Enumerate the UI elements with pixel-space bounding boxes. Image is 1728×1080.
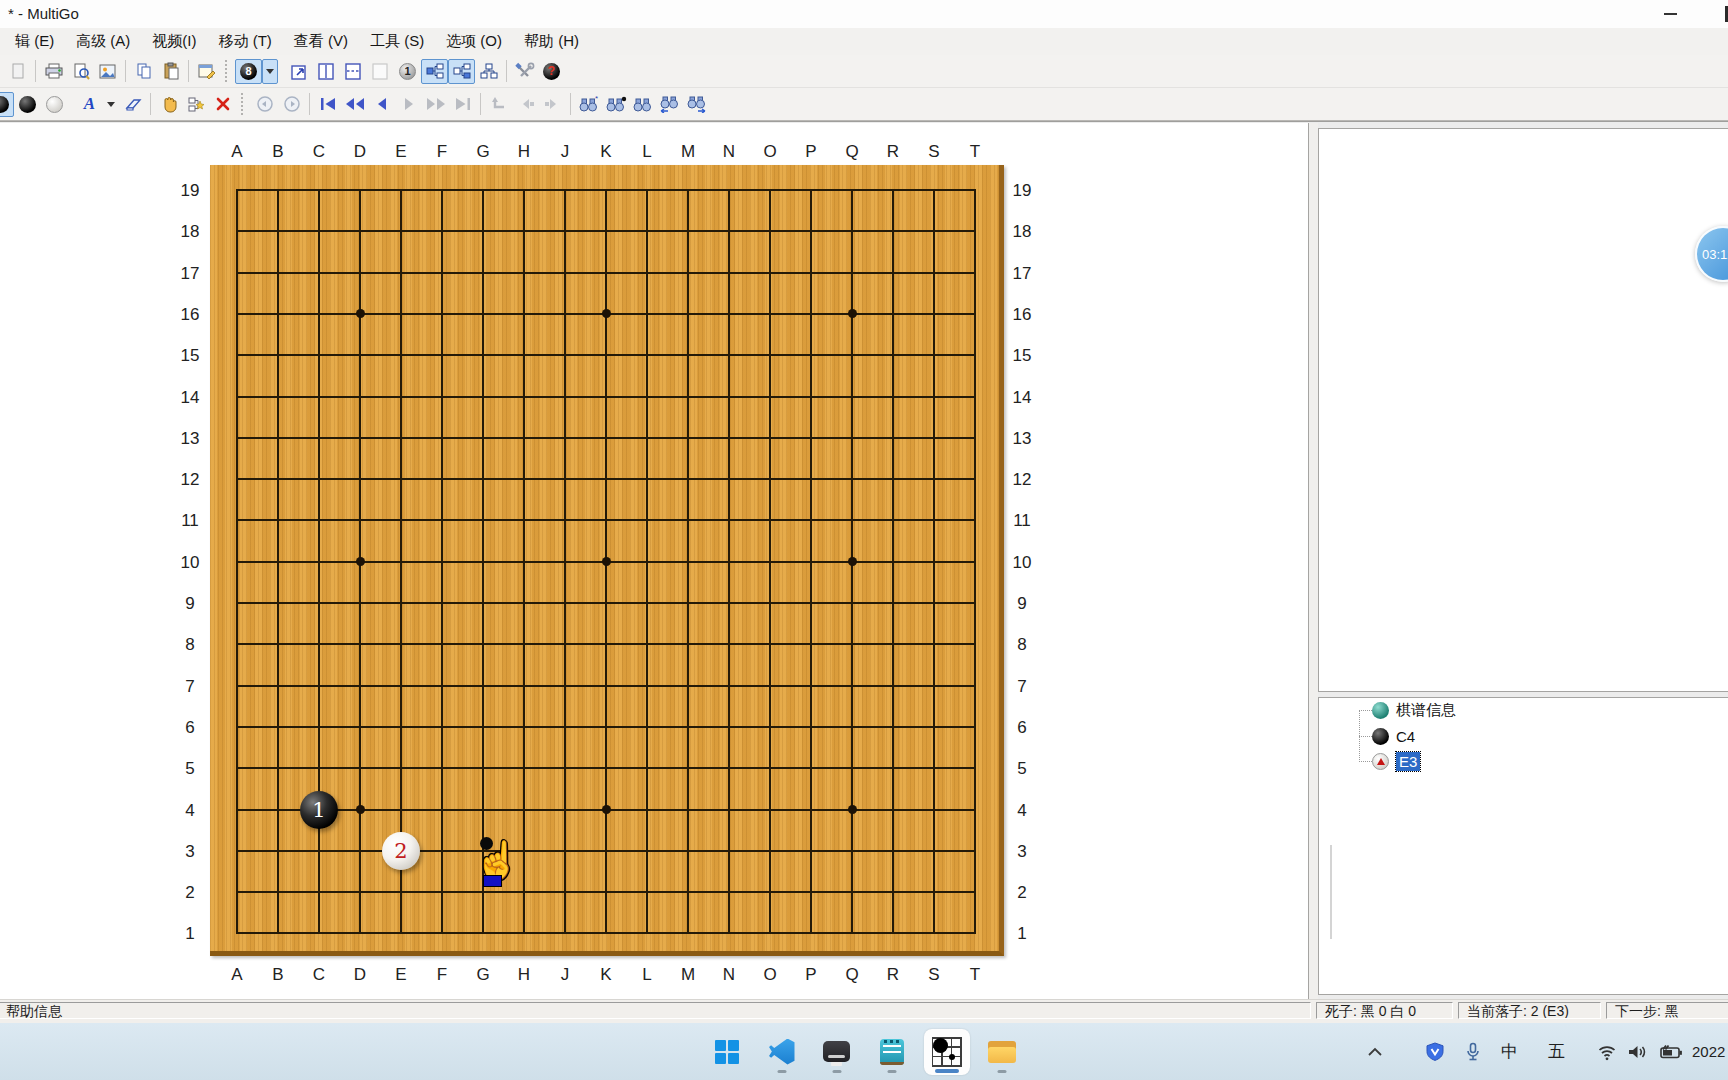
printer-app-icon (823, 1041, 850, 1062)
binoculars-next-icon (686, 95, 708, 113)
grid-line (236, 602, 976, 604)
star-point (356, 805, 365, 814)
coord-label: L (635, 965, 659, 985)
coord-label: 16 (1004, 305, 1040, 325)
coord-label: B (266, 965, 290, 985)
coord-label: A (225, 965, 249, 985)
menu-tools[interactable]: 工具 (S) (359, 29, 435, 54)
separator (35, 60, 36, 82)
fast-forward-icon (425, 96, 447, 112)
export-image-icon (98, 63, 117, 80)
coord-label: D (348, 142, 372, 162)
vscode-icon (769, 1039, 795, 1065)
tools-icon (515, 62, 535, 80)
separator (309, 93, 310, 115)
first-move-button[interactable] (314, 92, 341, 117)
menu-move[interactable]: 移动 (T) (208, 29, 283, 54)
status-help-text: 帮助信息 (0, 1002, 1311, 1019)
svg-text:*: * (595, 95, 598, 103)
coord-label: S (922, 142, 946, 162)
tray-microphone[interactable] (1463, 1023, 1483, 1080)
context-help-button[interactable]: ? (538, 59, 565, 84)
running-indicator (997, 1070, 1006, 1073)
find-previous-button[interactable] (656, 92, 683, 117)
coord-label: 2 (1004, 883, 1040, 903)
grid-line (236, 932, 976, 934)
previous-variation-icon (517, 96, 535, 112)
rotate-left-icon (255, 94, 275, 114)
taskbar: 中 五 (0, 1023, 1728, 1080)
tree-layout-a-icon (425, 62, 445, 80)
title-bar: * - MultiGo (0, 0, 1728, 28)
forward-button[interactable] (395, 92, 422, 117)
separator (188, 60, 189, 82)
alternate-stone-icon (0, 96, 9, 113)
toolbar-main: 8 1 (0, 55, 1728, 88)
coord-label: 1 (1004, 924, 1040, 944)
coord-label: B (266, 142, 290, 162)
board-plain-button[interactable] (367, 59, 394, 84)
find-stone-button[interactable] (602, 92, 629, 117)
coord-label: 11 (172, 511, 208, 531)
white-stone-icon (46, 96, 63, 113)
paste-icon (162, 62, 180, 80)
running-indicator (887, 1070, 896, 1073)
toolbar-grip (225, 60, 230, 82)
coord-label: 9 (172, 594, 208, 614)
tray-expand-button[interactable] (1364, 1023, 1386, 1080)
mouse-cursor: ☝ (474, 837, 516, 887)
coord-label: G (471, 965, 495, 985)
coord-label: N (717, 965, 741, 985)
window-title: * - MultiGo (8, 5, 79, 22)
move-number-dropdown[interactable] (262, 59, 278, 84)
forward-icon (401, 96, 417, 112)
binoculars-previous-icon (659, 95, 681, 113)
white-stone-button[interactable] (41, 92, 68, 117)
taskbar-file-explorer[interactable] (979, 1029, 1025, 1075)
game-info-stone-icon (1372, 702, 1389, 719)
vertical-splitter[interactable] (1309, 123, 1318, 999)
coord-label: 12 (172, 470, 208, 490)
coord-label: 12 (1004, 470, 1040, 490)
recording-time: 03:12 (1702, 247, 1728, 262)
coord-label: M (676, 965, 700, 985)
ime-mode-indicator: 中 (1501, 1040, 1518, 1063)
coord-label: 5 (172, 759, 208, 779)
copy-icon (135, 62, 153, 80)
coord-label: H (512, 965, 536, 985)
alternate-stone-button[interactable] (0, 92, 14, 117)
game-tree-panel: 棋谱信息 C4 E3 (1318, 697, 1728, 995)
binoculars-new-icon: * (578, 95, 600, 113)
coord-label: A (225, 142, 249, 162)
new-document-button[interactable] (4, 59, 31, 84)
coord-label: 19 (172, 181, 208, 201)
chevron-down-icon (107, 102, 115, 107)
previous-variation-button[interactable] (512, 92, 539, 117)
board-plain-icon (371, 62, 390, 81)
next-variation-icon (544, 96, 562, 112)
multigo-icon (932, 1037, 962, 1067)
menu-video[interactable]: 视频(I) (141, 29, 207, 54)
black-stone-icon (19, 96, 36, 113)
running-indicator (777, 1070, 786, 1073)
tree-item-label: 棋谱信息 (1396, 701, 1456, 720)
wifi-icon (1596, 1042, 1618, 1062)
tree-item-game-info[interactable]: 棋谱信息 (1372, 699, 1456, 722)
new-document-icon (9, 62, 27, 80)
move-number-stone-icon: 8 (240, 63, 257, 80)
find-button[interactable] (629, 92, 656, 117)
binoculars-icon (632, 95, 654, 113)
grid-line (810, 189, 812, 934)
status-current-move: 当前落子: 2 (E3) (1458, 1002, 1601, 1019)
separator (125, 60, 126, 82)
coord-label: 15 (172, 346, 208, 366)
hand-icon (160, 95, 178, 113)
tree-connector (1359, 736, 1372, 737)
coord-label: T (963, 965, 987, 985)
shield-icon (1424, 1041, 1446, 1062)
status-captures: 死子: 黑 0 白 0 (1316, 1002, 1453, 1019)
coord-label: Q (840, 142, 864, 162)
running-indicator (832, 1070, 841, 1073)
comment-panel (1318, 128, 1728, 692)
battery-charging-icon (1658, 1042, 1684, 1062)
chevron-up-icon (1364, 1042, 1386, 1062)
coord-label: 15 (1004, 346, 1040, 366)
coord-label: O (758, 142, 782, 162)
star-point (848, 309, 857, 318)
show-first-number-button[interactable]: 1 (394, 59, 421, 84)
help-stone-icon: ? (543, 63, 560, 80)
coord-label: D (348, 965, 372, 985)
tree-layout-c-icon (479, 62, 499, 80)
coord-label: 6 (1004, 718, 1040, 738)
coord-label: S (922, 965, 946, 985)
rotate-left-button[interactable] (251, 92, 278, 117)
coord-label: E (389, 965, 413, 985)
menu-options[interactable]: 选项 (O) (435, 29, 513, 54)
separator (150, 93, 151, 115)
coord-label: K (594, 142, 618, 162)
coord-label: 14 (172, 388, 208, 408)
chevron-down-icon (266, 69, 274, 74)
annotation-letter-button[interactable]: A (76, 92, 103, 117)
board-dashed-half-button[interactable] (340, 59, 367, 84)
coord-label: L (635, 142, 659, 162)
board-grid[interactable]: 12 (237, 190, 975, 933)
print-icon (44, 62, 64, 80)
active-indicator (935, 1069, 959, 1073)
tray-battery[interactable] (1658, 1023, 1684, 1080)
coord-label: 8 (172, 635, 208, 655)
menu-view[interactable]: 查看 (V) (283, 29, 359, 54)
board-vertical-half-button[interactable] (313, 59, 340, 84)
coord-label: 3 (172, 842, 208, 862)
grid-line (728, 189, 730, 934)
taskbar-notepad[interactable] (869, 1029, 915, 1075)
coord-label: 3 (1004, 842, 1040, 862)
status-next-player: 下一步: 黑 (1606, 1002, 1728, 1019)
grid-line (236, 685, 976, 687)
tray-ime-wubi[interactable]: 五 (1548, 1023, 1565, 1080)
coord-label: J (553, 142, 577, 162)
tree-item-label: C4 (1396, 728, 1415, 745)
star-point (602, 309, 611, 318)
coord-label: 4 (1004, 801, 1040, 821)
paste-button[interactable] (157, 59, 184, 84)
coord-label: 18 (1004, 222, 1040, 242)
coord-label: P (799, 142, 823, 162)
grid-line (236, 767, 976, 769)
rotate-right-button[interactable] (278, 92, 305, 117)
show-move-numbers-button[interactable]: 8 (235, 59, 262, 84)
tray-ime-mode[interactable]: 中 (1501, 1023, 1518, 1080)
microphone-icon (1463, 1041, 1483, 1063)
pan-hand-button[interactable] (155, 92, 182, 117)
star-point (356, 309, 365, 318)
star-point (356, 557, 365, 566)
coord-label: C (307, 142, 331, 162)
coord-label: Q (840, 965, 864, 985)
coord-label: 17 (1004, 264, 1040, 284)
grid-line (236, 643, 976, 645)
screen: * - MultiGo 辑 (E) 高级 (A) 视频(I) 移动 (T) 查看… (0, 0, 1728, 1080)
menu-edit[interactable]: 辑 (E) (4, 29, 65, 54)
grid-line (892, 189, 894, 934)
coord-label: 14 (1004, 388, 1040, 408)
coord-label: 16 (172, 305, 208, 325)
coord-label: 7 (1004, 677, 1040, 697)
coord-label: R (881, 965, 905, 985)
coord-label: 8 (1004, 635, 1040, 655)
coord-label: 18 (172, 222, 208, 242)
tree-connector (1359, 761, 1372, 762)
tree-item-move-2[interactable]: E3 (1372, 750, 1420, 773)
coord-label: T (963, 142, 987, 162)
coord-label: 1 (172, 924, 208, 944)
menu-advanced[interactable]: 高级 (A) (65, 29, 141, 54)
status-bar: 帮助信息 死子: 黑 0 白 0 当前落子: 2 (E3) 下一步: 黑 (0, 999, 1728, 1024)
board-dashed-half-icon (344, 62, 363, 81)
paste-branch-icon (186, 95, 206, 113)
coord-label: 9 (1004, 594, 1040, 614)
print-preview-button[interactable] (67, 59, 94, 84)
tree-item-move-1[interactable]: C4 (1372, 725, 1415, 748)
taskbar-multigo-active[interactable] (924, 1029, 970, 1075)
coord-label: O (758, 965, 782, 985)
speaker-icon (1626, 1042, 1650, 1062)
coord-label: 13 (1004, 429, 1040, 449)
coord-label: G (471, 142, 495, 162)
windows-logo-icon (715, 1040, 739, 1064)
grid-line (236, 850, 976, 852)
stone-black-1: 1 (300, 791, 338, 829)
coord-label: N (717, 142, 741, 162)
toolbar-edit-nav: A (0, 88, 1728, 121)
fast-back-icon (344, 96, 366, 112)
print-button[interactable] (40, 59, 67, 84)
coord-label: H (512, 142, 536, 162)
coord-label: K (594, 965, 618, 985)
notepad-icon (880, 1039, 904, 1065)
coord-label: 2 (172, 883, 208, 903)
delete-x-icon (215, 96, 231, 112)
coord-label: E (389, 142, 413, 162)
separator (570, 93, 571, 115)
copy-button[interactable] (130, 59, 157, 84)
star-point (602, 805, 611, 814)
coord-label: 4 (172, 801, 208, 821)
find-new-button[interactable]: * (575, 92, 602, 117)
separator (480, 93, 481, 115)
paste-branch-button[interactable] (182, 92, 209, 117)
tray-volume[interactable] (1626, 1023, 1650, 1080)
annotation-dropdown[interactable] (103, 92, 119, 117)
coord-label: P (799, 965, 823, 985)
coord-label: 13 (172, 429, 208, 449)
taskbar-vscode[interactable] (759, 1029, 805, 1075)
grid-line (974, 189, 976, 934)
client-area: AA1919BB1818CC1717DD1616EE1515FF1414GG13… (0, 121, 1728, 1000)
first-move-icon (318, 96, 338, 112)
eraser-button[interactable] (119, 92, 146, 117)
grid-line (769, 189, 771, 934)
coord-label: 10 (172, 553, 208, 573)
menu-bar: 辑 (E) 高级 (A) 视频(I) 移动 (T) 查看 (V) 工具 (S) … (0, 28, 1728, 55)
toolbar-grip (241, 93, 246, 115)
parent-branch-button[interactable] (485, 92, 512, 117)
coord-label: 11 (1004, 511, 1040, 531)
coord-label: 6 (172, 718, 208, 738)
menu-help[interactable]: 帮助 (H) (513, 29, 590, 54)
tree-connector (1359, 710, 1372, 711)
star-point (848, 805, 857, 814)
coord-label: 5 (1004, 759, 1040, 779)
parent-branch-icon (490, 96, 508, 112)
white-stone-marked-icon (1372, 753, 1389, 770)
grid-line (236, 726, 976, 728)
last-move-button[interactable] (449, 92, 476, 117)
star-point (602, 557, 611, 566)
cursor-cuff (483, 875, 502, 887)
last-move-icon (453, 96, 473, 112)
coord-label: F (430, 965, 454, 985)
grid-line (646, 189, 648, 934)
annotation-letter-icon: A (84, 94, 95, 114)
print-preview-icon (72, 62, 90, 80)
fast-forward-button[interactable] (422, 92, 449, 117)
grid-line (687, 189, 689, 934)
game-properties-button[interactable] (193, 59, 220, 84)
eraser-icon (123, 96, 143, 112)
tree-layout-b-icon (452, 62, 472, 80)
coord-label: 19 (1004, 181, 1040, 201)
minimize-icon[interactable] (1664, 13, 1677, 15)
delete-button[interactable] (209, 92, 236, 117)
coord-label: R (881, 142, 905, 162)
coord-label: M (676, 142, 700, 162)
first-number-stone-icon: 1 (399, 63, 416, 80)
coord-label: 7 (172, 677, 208, 697)
black-stone-button[interactable] (14, 92, 41, 117)
grid-line (236, 891, 976, 893)
grid-line (933, 189, 935, 934)
back-icon (374, 96, 390, 112)
tray-clock[interactable]: 2022 (1692, 1023, 1725, 1080)
export-image-button[interactable] (94, 59, 121, 84)
goto-marker-button[interactable] (286, 59, 313, 84)
coord-label: 17 (172, 264, 208, 284)
black-stone-icon (1372, 728, 1389, 745)
rotate-right-icon (282, 94, 302, 114)
tree-scrollbar[interactable] (1330, 845, 1332, 939)
tools-button[interactable] (511, 59, 538, 84)
coord-label: C (307, 965, 331, 985)
back-button[interactable] (368, 92, 395, 117)
next-variation-button[interactable] (539, 92, 566, 117)
tree-item-label-selected: E3 (1396, 752, 1420, 771)
tray-security-shield[interactable] (1424, 1023, 1446, 1080)
tree-layout-b-button[interactable] (448, 59, 475, 84)
separator (506, 60, 507, 82)
stone-white-2: 2 (382, 832, 420, 870)
board-panel: AA1919BB1818CC1717DD1616EE1515FF1414GG13… (0, 123, 1309, 999)
game-properties-icon (197, 62, 216, 80)
start-button[interactable] (704, 1029, 750, 1075)
star-point (848, 557, 857, 566)
tree-layout-c-button[interactable] (475, 59, 502, 84)
folder-icon (988, 1041, 1016, 1063)
find-next-button[interactable] (683, 92, 710, 117)
coord-label: F (430, 142, 454, 162)
tree-layout-a-button[interactable] (421, 59, 448, 84)
tray-wifi[interactable] (1596, 1023, 1618, 1080)
fast-back-button[interactable] (341, 92, 368, 117)
coord-label: J (553, 965, 577, 985)
board-vertical-half-icon (317, 62, 336, 81)
coord-label: 10 (1004, 553, 1040, 573)
binoculars-stone-icon (605, 95, 627, 113)
taskbar-printer-app[interactable] (814, 1029, 860, 1075)
goto-marker-icon (290, 62, 309, 81)
ime-wubi-indicator: 五 (1548, 1040, 1565, 1063)
date-text: 2022 (1692, 1043, 1725, 1060)
